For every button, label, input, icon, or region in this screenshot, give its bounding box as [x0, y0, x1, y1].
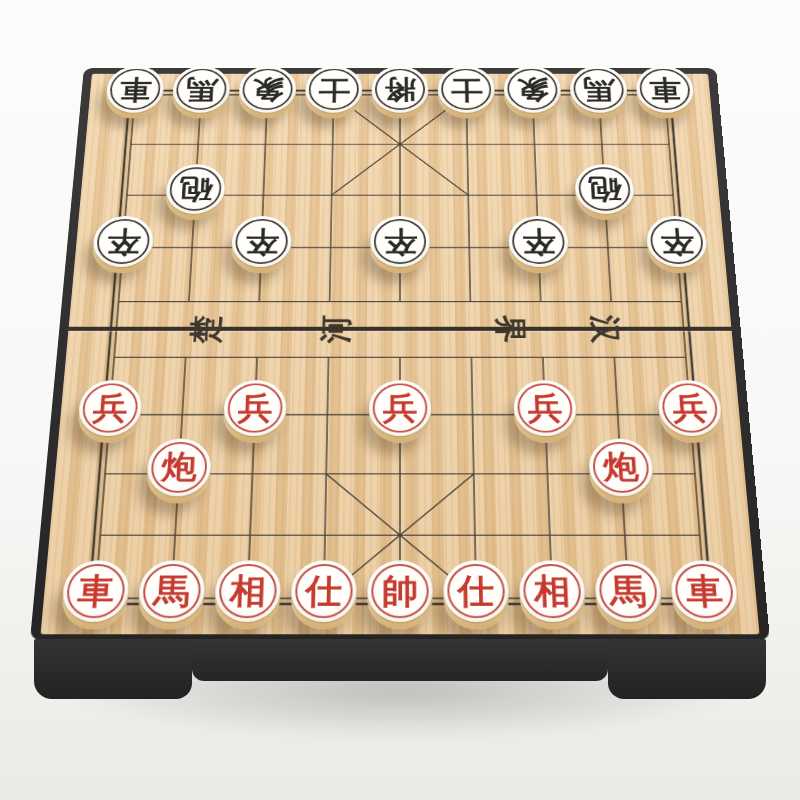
piece-character: 馬 [582, 76, 615, 102]
piece-ring [218, 564, 277, 618]
piece-face: 士 [438, 66, 496, 113]
piece-face: 士 [305, 66, 363, 113]
piece-character: 卒 [105, 227, 140, 256]
piece-red-general[interactable]: 帥 [367, 568, 433, 630]
piece-character: 車 [118, 76, 152, 102]
tray-front-middle [192, 639, 608, 681]
tray-front [34, 639, 766, 701]
piece-ring [141, 564, 201, 618]
piece-character: 車 [648, 76, 682, 102]
piece-ring [661, 383, 719, 432]
piece-character: 砲 [178, 175, 212, 203]
piece-black-elephant-right[interactable]: 象 [503, 72, 562, 119]
river-label-han: 汉 [588, 315, 622, 343]
piece-black-soldier-4[interactable]: 卒 [508, 222, 569, 273]
piece-face: 馬 [171, 66, 230, 113]
board-fold-seam [68, 327, 731, 331]
piece-character: 將 [384, 76, 416, 102]
piece-character: 卒 [659, 227, 694, 256]
piece-face: 砲 [165, 165, 226, 214]
tray-foot-left [34, 639, 192, 699]
board-tray: 楚 河 界 汉 車馬象士將士象馬車砲砲卒卒卒卒卒兵兵兵兵兵炮炮車馬相仕帥仕相馬車 [30, 68, 770, 640]
piece-ring [447, 564, 505, 618]
piece-ring [227, 383, 283, 432]
piece-face: 卒 [370, 216, 430, 267]
piece-character: 卒 [521, 227, 555, 256]
piece-ring [150, 442, 208, 493]
piece-black-soldier-3[interactable]: 卒 [370, 222, 430, 273]
piece-face: 象 [238, 66, 297, 113]
piece-face: 仕 [291, 560, 357, 622]
piece-face: 仕 [443, 560, 509, 622]
piece-ring [517, 383, 573, 432]
piece-character: 卒 [383, 227, 416, 256]
piece-red-advisor-right[interactable]: 仕 [443, 568, 510, 630]
photo-scene: 楚 河 界 汉 車馬象士將士象馬車砲砲卒卒卒卒卒兵兵兵兵兵炮炮車馬相仕帥仕相馬車 [0, 0, 800, 800]
piece-character: 砲 [587, 175, 621, 203]
piece-ring [65, 564, 127, 618]
piece-character: 卒 [244, 227, 278, 256]
piece-ring [523, 564, 582, 618]
river-label-jie: 界 [493, 315, 526, 343]
piece-character: 士 [450, 76, 482, 102]
piece-face: 象 [503, 66, 562, 113]
piece-red-soldier-4[interactable]: 兵 [513, 387, 577, 443]
piece-character: 象 [516, 76, 549, 102]
board-grid [41, 74, 760, 635]
piece-character: 馬 [185, 76, 218, 102]
piece-ring [674, 564, 736, 618]
piece-face: 卒 [231, 216, 292, 267]
piece-face: 將 [371, 66, 428, 113]
tray-foot-right [608, 639, 766, 699]
piece-face: 相 [214, 560, 282, 622]
piece-black-general[interactable]: 將 [371, 72, 428, 119]
piece-face: 兵 [369, 380, 432, 436]
piece-ring [373, 383, 428, 432]
xiangqi-board: 楚 河 界 汉 車馬象士將士象馬車砲砲卒卒卒卒卒兵兵兵兵兵炮炮車馬相仕帥仕相馬車 [41, 74, 760, 635]
piece-ring [295, 564, 353, 618]
river-label-chu: 楚 [189, 315, 223, 343]
piece-ring [598, 564, 658, 618]
piece-red-elephant-right[interactable]: 相 [519, 568, 587, 630]
piece-ring [592, 442, 650, 493]
piece-character: 象 [251, 76, 284, 102]
piece-face: 帥 [367, 560, 433, 622]
piece-character: 士 [318, 76, 350, 102]
piece-black-advisor-right[interactable]: 士 [438, 72, 496, 119]
piece-ring [371, 564, 429, 618]
river-label-he: 河 [319, 315, 352, 343]
piece-face: 兵 [223, 380, 287, 436]
piece-red-soldier-3[interactable]: 兵 [369, 387, 432, 443]
piece-ring [81, 383, 139, 432]
